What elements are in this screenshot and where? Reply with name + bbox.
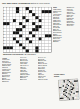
cell-number: 10 xyxy=(39,7,40,8)
masthead-subtitle: Edited by Mike Shenk xyxy=(30,2,50,4)
cell-number: 39 xyxy=(26,25,27,26)
down-clues-column-1: Down 1Stage whisper 2Dancer's move 3Tiny… xyxy=(53,7,66,76)
grid-cell[interactable] xyxy=(48,49,51,52)
cell-number: 22 xyxy=(3,16,4,17)
cell-number: 67 xyxy=(3,43,4,44)
clue-text: Little devil xyxy=(68,25,73,26)
cell-number: 14 xyxy=(32,10,33,11)
cell-number: 64 xyxy=(26,40,27,41)
cell-number: 68 xyxy=(16,43,17,44)
cell-number: 31 xyxy=(42,19,43,20)
down-clue: 70Little devil xyxy=(67,25,80,26)
cell-number: 43 xyxy=(39,28,40,29)
puzzle-title: WEEKEND CROSSWORD xyxy=(3,53,24,55)
cell-number: 63 xyxy=(19,40,20,41)
cell-number: 62 xyxy=(13,40,14,41)
across-clues-column-1: Across 1Pitcher's stat 5Gala event 7Geor… xyxy=(2,57,18,107)
cell-number: 60 xyxy=(48,37,49,38)
cell-number: 73 xyxy=(26,46,27,47)
cell-number: 35 xyxy=(26,22,27,23)
cell-number: 49 xyxy=(16,34,17,35)
cell-number: 18 xyxy=(36,13,37,14)
cell-number: 52 xyxy=(36,34,37,35)
masthead-title: The WSJ Daily Crossword xyxy=(2,2,30,5)
cell-number: 56 xyxy=(29,37,30,38)
cell-number: 13 xyxy=(26,10,27,11)
cell-number: 57 xyxy=(32,37,33,38)
cell-number: 21 xyxy=(48,13,49,14)
cell-number: 17 xyxy=(29,13,30,14)
cell-number: 71 xyxy=(13,46,14,47)
cell-number: 54 xyxy=(16,37,17,38)
grid-cell: D xyxy=(78,98,79,99)
cell-number: 61 xyxy=(3,40,4,41)
clue-text: Colored, as hair xyxy=(40,79,48,80)
scanned-crossword-page: The WSJ Daily Crossword Edited by Mike S… xyxy=(0,0,80,109)
cell-number: 38 xyxy=(7,25,8,26)
cell-number: 24 xyxy=(32,16,33,17)
cell-number: 19 xyxy=(42,13,43,14)
cell-number: 20 xyxy=(45,13,46,14)
cell-number: 23 xyxy=(26,16,27,17)
cell-number: 16 xyxy=(16,13,17,14)
cell-number: 66 xyxy=(39,40,40,41)
clue-text: Wander xyxy=(55,41,59,42)
cell-number: 28 xyxy=(23,19,24,20)
clue-text: Bear's lair xyxy=(4,81,9,82)
cell-number: 44 xyxy=(3,31,4,32)
cell-number: 41 xyxy=(3,28,4,29)
cell-number: 72 xyxy=(19,46,20,47)
cell-number: 27 xyxy=(16,19,17,20)
cell-number: 25 xyxy=(39,16,40,17)
cell-number: 42 xyxy=(23,28,24,29)
cell-number: 46 xyxy=(32,31,33,32)
cell-number: 32 xyxy=(10,22,11,23)
cell-number: 40 xyxy=(42,25,43,26)
cell-number: 47 xyxy=(36,31,37,32)
cell-number: 15 xyxy=(3,13,4,14)
previous-solution-label: Previous Puzzle's Solution xyxy=(54,74,70,77)
cell-number: 30 xyxy=(36,19,37,20)
cell-number: 34 xyxy=(23,22,24,23)
cell-number: 45 xyxy=(19,31,20,32)
cell-number: 12 xyxy=(19,10,20,11)
cell-number: 70 xyxy=(29,43,30,44)
down-clue: 38Wander xyxy=(53,41,66,42)
across-clue: 55Trio count xyxy=(20,79,36,80)
across-clues-column-2: 31Pub order 33Airport org. 35Hen's perch… xyxy=(20,57,36,107)
cell-number: 69 xyxy=(23,43,24,44)
across-clue: 30Bear's lair xyxy=(2,81,18,82)
cell-number: 76 xyxy=(29,49,30,50)
cell-number: 58 xyxy=(42,37,43,38)
cell-number: 11 xyxy=(3,10,4,11)
cell-number: 29 xyxy=(29,19,30,20)
cell-number: 33 xyxy=(13,22,14,23)
cell-number: 48 xyxy=(3,34,4,35)
cell-number: 77 xyxy=(39,49,40,50)
cell-number: 65 xyxy=(32,40,33,41)
puzzle-title-line: WEEKEND CROSSWORD | By Mike Shenk xyxy=(3,53,53,55)
down-clues-column-2: 39Garden tool 41Golf peg 44Tear apart 45… xyxy=(67,7,80,69)
cell-number: 53 xyxy=(3,37,4,38)
puzzle-byline: By Mike Shenk xyxy=(25,53,36,55)
cell-number: 26 xyxy=(3,19,4,20)
previous-solution-grid: ACTSONATLANTALEIARAGMOOSOLARWINDESSAYSTE… xyxy=(58,79,79,101)
crossword-grid[interactable]: 1234567891011121314151617181920212223242… xyxy=(3,7,52,53)
cell-letter: D xyxy=(78,98,79,99)
cell-number: 75 xyxy=(3,49,4,50)
cell-number: 55 xyxy=(19,37,20,38)
cell-number: 36 xyxy=(36,22,37,23)
across-clue: 75Colored, as hair xyxy=(38,79,54,80)
cell-number: 37 xyxy=(3,25,4,26)
page-header: The WSJ Daily Crossword Edited by Mike S… xyxy=(2,1,78,6)
cell-number: 51 xyxy=(29,34,30,35)
cell-number: 59 xyxy=(45,37,46,38)
page: The WSJ Daily Crossword Edited by Mike S… xyxy=(0,0,80,109)
cell-number: 74 xyxy=(39,46,40,47)
cell-number: 50 xyxy=(23,34,24,35)
across-clues-column-3: 56Historic time 57Gym pad 58Garden vase … xyxy=(38,57,54,107)
clue-text: Trio count xyxy=(22,79,27,80)
